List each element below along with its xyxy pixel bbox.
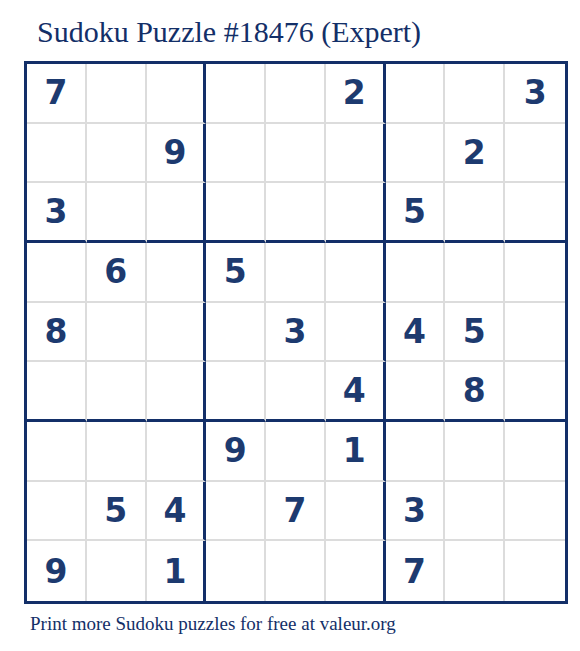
cell-r5c4[interactable] <box>206 303 266 363</box>
cell-r4c4[interactable]: 5 <box>206 243 266 303</box>
cell-r5c9[interactable] <box>505 303 565 363</box>
cell-r6c7[interactable] <box>386 362 446 422</box>
cell-r5c1[interactable]: 8 <box>27 303 87 363</box>
cell-r8c1[interactable] <box>27 482 87 542</box>
footer-text: Print more Sudoku puzzles for free at va… <box>30 613 396 636</box>
cell-r9c1[interactable]: 9 <box>27 541 87 601</box>
cell-r6c9[interactable] <box>505 362 565 422</box>
cell-r4c9[interactable] <box>505 243 565 303</box>
cell-r1c5[interactable] <box>266 64 326 124</box>
cell-r9c6[interactable] <box>326 541 386 601</box>
cell-r6c5[interactable] <box>266 362 326 422</box>
cell-r2c5[interactable] <box>266 124 326 184</box>
cell-r8c2[interactable]: 5 <box>87 482 147 542</box>
cell-r2c4[interactable] <box>206 124 266 184</box>
cell-r7c7[interactable] <box>386 422 446 482</box>
cell-r4c6[interactable] <box>326 243 386 303</box>
cell-r8c8[interactable] <box>445 482 505 542</box>
cell-r7c5[interactable] <box>266 422 326 482</box>
cell-r6c4[interactable] <box>206 362 266 422</box>
cell-r3c6[interactable] <box>326 183 386 243</box>
cell-r9c9[interactable] <box>505 541 565 601</box>
cell-r7c2[interactable] <box>87 422 147 482</box>
cell-r6c1[interactable] <box>27 362 87 422</box>
sudoku-grid: 723923565834548915473917 <box>24 61 568 604</box>
cell-r2c1[interactable] <box>27 124 87 184</box>
cell-r1c3[interactable] <box>147 64 207 124</box>
cell-r3c8[interactable] <box>445 183 505 243</box>
cell-r2c7[interactable] <box>386 124 446 184</box>
page: Sudoku Puzzle #18476 (Expert) 7239235658… <box>0 0 580 651</box>
cell-r8c5[interactable]: 7 <box>266 482 326 542</box>
cell-r5c2[interactable] <box>87 303 147 363</box>
cell-r7c6[interactable]: 1 <box>326 422 386 482</box>
cell-r5c6[interactable] <box>326 303 386 363</box>
cell-r4c5[interactable] <box>266 243 326 303</box>
cell-r9c3[interactable]: 1 <box>147 541 207 601</box>
cell-r9c8[interactable] <box>445 541 505 601</box>
cell-r8c4[interactable] <box>206 482 266 542</box>
cell-r1c8[interactable] <box>445 64 505 124</box>
cell-r1c2[interactable] <box>87 64 147 124</box>
cell-r3c9[interactable] <box>505 183 565 243</box>
cell-r2c8[interactable]: 2 <box>445 124 505 184</box>
cell-r2c3[interactable]: 9 <box>147 124 207 184</box>
cell-r7c3[interactable] <box>147 422 207 482</box>
cell-r9c4[interactable] <box>206 541 266 601</box>
cell-r4c1[interactable] <box>27 243 87 303</box>
cell-r6c8[interactable]: 8 <box>445 362 505 422</box>
cell-r8c3[interactable]: 4 <box>147 482 207 542</box>
cell-r2c9[interactable] <box>505 124 565 184</box>
cell-r3c7[interactable]: 5 <box>386 183 446 243</box>
cell-r5c8[interactable]: 5 <box>445 303 505 363</box>
cell-r3c1[interactable]: 3 <box>27 183 87 243</box>
cell-r3c2[interactable] <box>87 183 147 243</box>
cell-r9c2[interactable] <box>87 541 147 601</box>
cell-r7c9[interactable] <box>505 422 565 482</box>
cell-r7c1[interactable] <box>27 422 87 482</box>
cell-r8c7[interactable]: 3 <box>386 482 446 542</box>
page-title: Sudoku Puzzle #18476 (Expert) <box>37 17 421 47</box>
cell-r3c5[interactable] <box>266 183 326 243</box>
cell-r9c7[interactable]: 7 <box>386 541 446 601</box>
cell-r8c9[interactable] <box>505 482 565 542</box>
cell-r4c2[interactable]: 6 <box>87 243 147 303</box>
cell-r8c6[interactable] <box>326 482 386 542</box>
cell-r2c2[interactable] <box>87 124 147 184</box>
cell-r5c3[interactable] <box>147 303 207 363</box>
cell-r3c3[interactable] <box>147 183 207 243</box>
cell-r7c4[interactable]: 9 <box>206 422 266 482</box>
cell-r4c7[interactable] <box>386 243 446 303</box>
cell-r3c4[interactable] <box>206 183 266 243</box>
cell-r1c7[interactable] <box>386 64 446 124</box>
cell-r4c8[interactable] <box>445 243 505 303</box>
cell-r5c7[interactable]: 4 <box>386 303 446 363</box>
cell-r7c8[interactable] <box>445 422 505 482</box>
cell-r1c1[interactable]: 7 <box>27 64 87 124</box>
cell-r1c9[interactable]: 3 <box>505 64 565 124</box>
cell-r6c2[interactable] <box>87 362 147 422</box>
cell-r4c3[interactable] <box>147 243 207 303</box>
cell-r1c4[interactable] <box>206 64 266 124</box>
cell-r1c6[interactable]: 2 <box>326 64 386 124</box>
cell-r2c6[interactable] <box>326 124 386 184</box>
cell-r5c5[interactable]: 3 <box>266 303 326 363</box>
cell-r6c3[interactable] <box>147 362 207 422</box>
cell-r9c5[interactable] <box>266 541 326 601</box>
cell-r6c6[interactable]: 4 <box>326 362 386 422</box>
